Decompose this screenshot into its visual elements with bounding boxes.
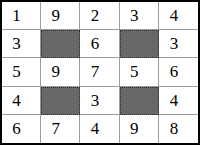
number-cell[interactable]: 9: [41, 58, 80, 86]
number-cell[interactable]: 5: [2, 58, 41, 86]
number-cell[interactable]: 5: [120, 58, 159, 86]
number-cell[interactable]: 8: [159, 115, 198, 143]
number-cell[interactable]: 3: [2, 30, 41, 58]
number-cell[interactable]: 4: [159, 2, 198, 30]
number-cell[interactable]: 4: [159, 87, 198, 115]
number-cell[interactable]: 7: [41, 115, 80, 143]
blocked-cell: [41, 87, 80, 115]
number-cell[interactable]: 3: [159, 30, 198, 58]
number-cell[interactable]: 3: [120, 2, 159, 30]
number-cell[interactable]: 2: [80, 2, 119, 30]
blocked-cell: [41, 30, 80, 58]
number-cell[interactable]: 4: [80, 115, 119, 143]
blocked-cell: [120, 87, 159, 115]
number-cell[interactable]: 4: [2, 87, 41, 115]
puzzle-grid: 192343635975643467498: [0, 0, 200, 145]
blocked-cell: [120, 30, 159, 58]
number-cell[interactable]: 7: [80, 58, 119, 86]
number-cell[interactable]: 3: [80, 87, 119, 115]
number-cell[interactable]: 6: [2, 115, 41, 143]
number-cell[interactable]: 6: [80, 30, 119, 58]
number-cell[interactable]: 9: [120, 115, 159, 143]
number-cell[interactable]: 1: [2, 2, 41, 30]
number-cell[interactable]: 6: [159, 58, 198, 86]
number-cell[interactable]: 9: [41, 2, 80, 30]
